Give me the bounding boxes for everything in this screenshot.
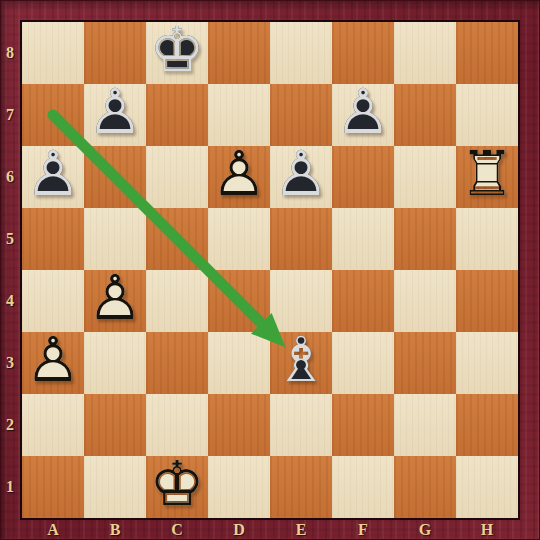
square-h1[interactable]	[456, 456, 518, 518]
black-king-icon: ♚	[146, 19, 208, 81]
board-frame: 87654321 ♚♔♟♙♟♙♟♙♟♙♟♙♜♖♟♙♟♙♝♗♚♔ ABCDEFGH	[0, 0, 540, 540]
square-d3[interactable]	[208, 332, 270, 394]
black-pawn-icon: ♟	[84, 81, 146, 143]
file-labels: ABCDEFGH	[22, 519, 518, 540]
square-a4[interactable]	[22, 270, 84, 332]
square-a6[interactable]: ♟♙	[22, 146, 84, 208]
square-g7[interactable]	[394, 84, 456, 146]
square-b4[interactable]: ♟♙	[84, 270, 146, 332]
square-c8[interactable]: ♚♔	[146, 22, 208, 84]
black-pawn-outline-icon: ♙	[270, 143, 332, 205]
square-g6[interactable]	[394, 146, 456, 208]
black-pawn-outline-icon: ♙	[84, 81, 146, 143]
black-pawn-icon: ♟	[332, 81, 394, 143]
rank-label-3: 3	[0, 332, 20, 394]
square-g1[interactable]	[394, 456, 456, 518]
square-c4[interactable]	[146, 270, 208, 332]
rank-labels: 87654321	[0, 22, 20, 518]
white-pawn-icon: ♟	[84, 267, 146, 329]
square-b5[interactable]	[84, 208, 146, 270]
white-pawn-outline-icon: ♙	[22, 329, 84, 391]
square-d5[interactable]	[208, 208, 270, 270]
file-label-g: G	[394, 519, 456, 540]
file-label-d: D	[208, 519, 270, 540]
square-g4[interactable]	[394, 270, 456, 332]
piece-black-pawn-f7[interactable]: ♟♙	[332, 84, 394, 146]
piece-white-rook-h6[interactable]: ♜♖	[456, 146, 518, 208]
square-c5[interactable]	[146, 208, 208, 270]
square-d6[interactable]: ♟♙	[208, 146, 270, 208]
square-b7[interactable]: ♟♙	[84, 84, 146, 146]
white-pawn-outline-icon: ♙	[84, 267, 146, 329]
square-e2[interactable]	[270, 394, 332, 456]
black-pawn-outline-icon: ♙	[22, 143, 84, 205]
piece-white-king-c1[interactable]: ♚♔	[146, 456, 208, 518]
file-label-h: H	[456, 519, 518, 540]
square-d7[interactable]	[208, 84, 270, 146]
square-f5[interactable]	[332, 208, 394, 270]
piece-black-pawn-e6[interactable]: ♟♙	[270, 146, 332, 208]
white-pawn-icon: ♟	[208, 143, 270, 205]
white-rook-outline-icon: ♖	[456, 143, 518, 205]
black-bishop-icon: ♝	[270, 329, 332, 391]
file-label-b: B	[84, 519, 146, 540]
black-king-outline-icon: ♔	[146, 19, 208, 81]
square-f2[interactable]	[332, 394, 394, 456]
file-label-c: C	[146, 519, 208, 540]
piece-black-king-c8[interactable]: ♚♔	[146, 22, 208, 84]
square-e1[interactable]	[270, 456, 332, 518]
square-f3[interactable]	[332, 332, 394, 394]
square-a8[interactable]	[22, 22, 84, 84]
rank-label-8: 8	[0, 22, 20, 84]
rank-label-5: 5	[0, 208, 20, 270]
square-d1[interactable]	[208, 456, 270, 518]
square-g5[interactable]	[394, 208, 456, 270]
square-h4[interactable]	[456, 270, 518, 332]
square-b6[interactable]	[84, 146, 146, 208]
square-e7[interactable]	[270, 84, 332, 146]
black-pawn-icon: ♟	[22, 143, 84, 205]
white-king-outline-icon: ♔	[146, 453, 208, 515]
square-e5[interactable]	[270, 208, 332, 270]
square-b8[interactable]	[84, 22, 146, 84]
square-h7[interactable]	[456, 84, 518, 146]
rank-label-6: 6	[0, 146, 20, 208]
square-e3[interactable]: ♝♗	[270, 332, 332, 394]
rank-label-7: 7	[0, 84, 20, 146]
square-a7[interactable]	[22, 84, 84, 146]
square-f7[interactable]: ♟♙	[332, 84, 394, 146]
piece-black-bishop-e3[interactable]: ♝♗	[270, 332, 332, 394]
square-g3[interactable]	[394, 332, 456, 394]
square-h2[interactable]	[456, 394, 518, 456]
square-a5[interactable]	[22, 208, 84, 270]
piece-black-pawn-a6[interactable]: ♟♙	[22, 146, 84, 208]
square-e8[interactable]	[270, 22, 332, 84]
square-c6[interactable]	[146, 146, 208, 208]
square-c3[interactable]	[146, 332, 208, 394]
square-f6[interactable]	[332, 146, 394, 208]
square-h6[interactable]: ♜♖	[456, 146, 518, 208]
square-b2[interactable]	[84, 394, 146, 456]
black-pawn-icon: ♟	[270, 143, 332, 205]
square-g8[interactable]	[394, 22, 456, 84]
file-label-a: A	[22, 519, 84, 540]
square-c1[interactable]: ♚♔	[146, 456, 208, 518]
square-a3[interactable]: ♟♙	[22, 332, 84, 394]
rank-label-2: 2	[0, 394, 20, 456]
piece-white-pawn-b4[interactable]: ♟♙	[84, 270, 146, 332]
square-d8[interactable]	[208, 22, 270, 84]
square-f1[interactable]	[332, 456, 394, 518]
square-h8[interactable]	[456, 22, 518, 84]
square-d2[interactable]	[208, 394, 270, 456]
square-a2[interactable]	[22, 394, 84, 456]
square-b1[interactable]	[84, 456, 146, 518]
square-f4[interactable]	[332, 270, 394, 332]
file-label-f: F	[332, 519, 394, 540]
chess-board: ♚♔♟♙♟♙♟♙♟♙♟♙♜♖♟♙♟♙♝♗♚♔	[20, 20, 520, 520]
square-a1[interactable]	[22, 456, 84, 518]
piece-white-pawn-a3[interactable]: ♟♙	[22, 332, 84, 394]
black-pawn-outline-icon: ♙	[332, 81, 394, 143]
square-f8[interactable]	[332, 22, 394, 84]
square-d4[interactable]	[208, 270, 270, 332]
white-pawn-icon: ♟	[22, 329, 84, 391]
square-c2[interactable]	[146, 394, 208, 456]
file-label-e: E	[270, 519, 332, 540]
square-c7[interactable]	[146, 84, 208, 146]
rank-label-4: 4	[0, 270, 20, 332]
piece-white-pawn-d6[interactable]: ♟♙	[208, 146, 270, 208]
piece-black-pawn-b7[interactable]: ♟♙	[84, 84, 146, 146]
square-b3[interactable]	[84, 332, 146, 394]
square-h5[interactable]	[456, 208, 518, 270]
white-king-icon: ♚	[146, 453, 208, 515]
white-pawn-outline-icon: ♙	[208, 143, 270, 205]
white-rook-icon: ♜	[456, 143, 518, 205]
square-e4[interactable]	[270, 270, 332, 332]
square-h3[interactable]	[456, 332, 518, 394]
black-bishop-outline-icon: ♗	[270, 329, 332, 391]
rank-label-1: 1	[0, 456, 20, 518]
square-g2[interactable]	[394, 394, 456, 456]
square-e6[interactable]: ♟♙	[270, 146, 332, 208]
